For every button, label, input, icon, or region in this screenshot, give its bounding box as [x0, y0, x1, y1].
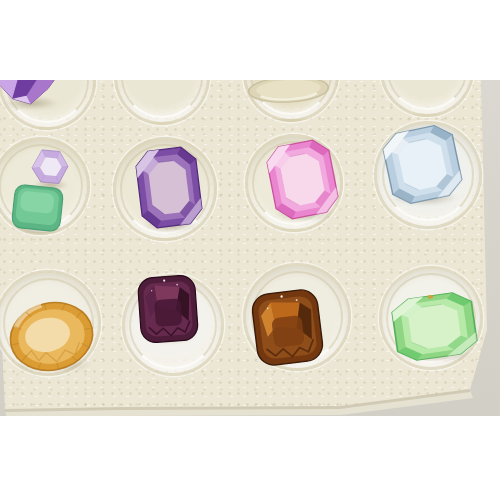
cognac-cushion-gem — [249, 286, 327, 369]
champagne-capsule-gem — [246, 80, 330, 105]
blue-radiant-gem — [378, 120, 467, 209]
amethyst-radiant-gem — [132, 143, 205, 231]
photo-frame — [0, 0, 500, 500]
gem-layer — [0, 80, 500, 416]
mint-green-radiant-gem — [388, 288, 481, 364]
green-opaque-cushion-gem — [10, 182, 66, 233]
pink-radiant-gem — [262, 135, 342, 223]
garnet-cushion-gem — [136, 273, 201, 345]
gem-tray-photo — [0, 80, 500, 416]
lilac-fancycut-gem — [30, 148, 70, 187]
purple-squarecut-corner-gem — [0, 80, 60, 106]
